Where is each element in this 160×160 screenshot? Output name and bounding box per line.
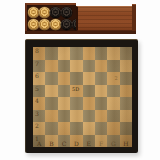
square-a2[interactable]: 2: [33, 122, 45, 135]
square-b8[interactable]: [45, 47, 57, 60]
file-label: A: [33, 140, 45, 147]
square-b4[interactable]: [45, 97, 57, 110]
rank-label: 4: [35, 97, 39, 104]
square-b3[interactable]: [45, 110, 57, 123]
square-c2[interactable]: [58, 122, 70, 135]
box-lid[interactable]: [76, 6, 133, 32]
square-h4[interactable]: [120, 97, 132, 110]
piece-row: [28, 19, 76, 30]
square-g7[interactable]: [107, 60, 119, 73]
square-e1[interactable]: E: [83, 135, 95, 148]
square-b1[interactable]: B: [45, 135, 57, 148]
square-h8[interactable]: [120, 47, 132, 60]
square-c6[interactable]: [58, 72, 70, 85]
square-d3[interactable]: [70, 110, 82, 123]
square-f3[interactable]: [95, 110, 107, 123]
file-label: G: [107, 140, 119, 147]
checker-stack-light[interactable]: [50, 19, 61, 30]
square-g5[interactable]: [107, 85, 119, 98]
square-e3[interactable]: [83, 110, 95, 123]
square-e8[interactable]: [83, 47, 95, 60]
photo-scene: 876255D4321ABCDEFGH: [0, 0, 160, 160]
file-label: F: [95, 140, 107, 147]
rank-label: 2: [35, 122, 39, 129]
square-e2[interactable]: [83, 122, 95, 135]
checker-stack-dark[interactable]: [50, 7, 61, 18]
square-g3[interactable]: [107, 110, 119, 123]
square-c7[interactable]: [58, 60, 70, 73]
square-h3[interactable]: [120, 110, 132, 123]
square-d2[interactable]: [70, 122, 82, 135]
square-h2[interactable]: [120, 122, 132, 135]
piece-box-compartment[interactable]: [25, 3, 76, 34]
square-e5[interactable]: [83, 85, 95, 98]
square-f5[interactable]: [95, 85, 107, 98]
square-g4[interactable]: [107, 97, 119, 110]
square-b6[interactable]: [45, 72, 57, 85]
square-a3[interactable]: 3: [33, 110, 45, 123]
square-b2[interactable]: [45, 122, 57, 135]
square-f8[interactable]: [95, 47, 107, 60]
square-g8[interactable]: [107, 47, 119, 60]
square-d8[interactable]: [70, 47, 82, 60]
checker-stack-light[interactable]: [28, 19, 39, 30]
square-b5[interactable]: [45, 85, 57, 98]
rank-label: 6: [35, 72, 39, 79]
file-label: B: [45, 140, 57, 147]
square-h7[interactable]: [120, 60, 132, 73]
file-label: E: [83, 140, 95, 147]
file-label: C: [58, 140, 70, 147]
rank-label: 5: [35, 85, 39, 92]
square-d4[interactable]: [70, 97, 82, 110]
checker-stack-dark[interactable]: [61, 7, 72, 18]
square-f7[interactable]: [95, 60, 107, 73]
square-a8[interactable]: 8: [33, 47, 45, 60]
square-a7[interactable]: 7: [33, 60, 45, 73]
square-e7[interactable]: [83, 60, 95, 73]
square-f1[interactable]: F: [95, 135, 107, 148]
rank-label: 3: [35, 110, 39, 117]
square-f4[interactable]: [95, 97, 107, 110]
board-frame: 876255D4321ABCDEFGH: [25, 39, 138, 153]
box-end-wall: [132, 4, 136, 34]
square-f2[interactable]: [95, 122, 107, 135]
square-d7[interactable]: [70, 60, 82, 73]
piece-tray: [27, 5, 76, 31]
blemish-mark: 2: [114, 75, 117, 81]
square-d5[interactable]: 5D: [70, 85, 82, 98]
rank-label: 8: [35, 47, 39, 54]
square-h5[interactable]: [120, 85, 132, 98]
checker-stack-light[interactable]: [28, 7, 39, 18]
square-b7[interactable]: [45, 60, 57, 73]
square-c4[interactable]: [58, 97, 70, 110]
square-f6[interactable]: [95, 72, 107, 85]
square-g1[interactable]: G: [107, 135, 119, 148]
square-e6[interactable]: [83, 72, 95, 85]
board-grid: 876255D4321ABCDEFGH: [33, 47, 132, 147]
checker-stack-light[interactable]: [39, 7, 50, 18]
checker-stack-light[interactable]: [39, 19, 50, 30]
square-c1[interactable]: C: [58, 135, 70, 148]
square-c8[interactable]: [58, 47, 70, 60]
square-a6[interactable]: 6: [33, 72, 45, 85]
file-label: H: [120, 140, 132, 147]
checker-stack-dark[interactable]: [61, 19, 72, 30]
square-c3[interactable]: [58, 110, 70, 123]
square-h1[interactable]: H: [120, 135, 132, 148]
square-g6[interactable]: 2: [107, 72, 119, 85]
square-e4[interactable]: [83, 97, 95, 110]
square-g2[interactable]: [107, 122, 119, 135]
square-c5[interactable]: [58, 85, 70, 98]
square-d1[interactable]: D: [70, 135, 82, 148]
center-stamp: 5D: [72, 86, 79, 92]
square-a4[interactable]: 4: [33, 97, 45, 110]
square-d6[interactable]: [70, 72, 82, 85]
box-bottom-rail: [25, 31, 136, 34]
square-a1[interactable]: 1A: [33, 135, 45, 148]
square-a5[interactable]: 5: [33, 85, 45, 98]
piece-row: [28, 7, 72, 18]
rank-label: 7: [35, 60, 39, 67]
square-h6[interactable]: [120, 72, 132, 85]
file-label: D: [70, 140, 82, 147]
